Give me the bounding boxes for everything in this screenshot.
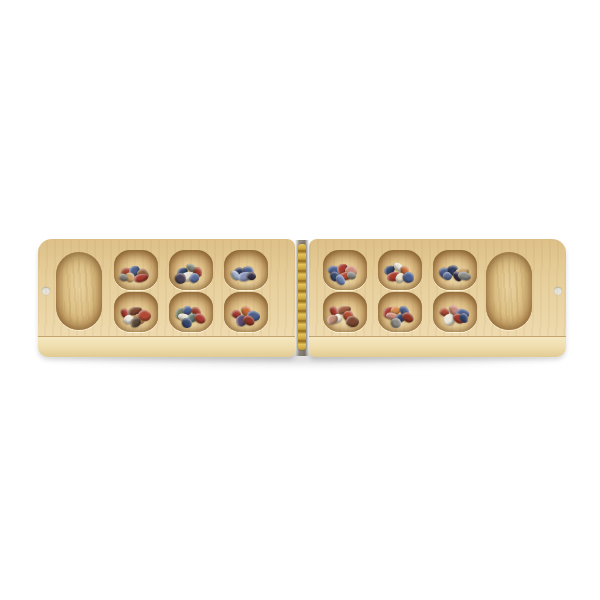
gemstone (133, 273, 148, 283)
pit-right-top-2[interactable] (378, 250, 422, 290)
store-right (486, 252, 532, 330)
board-half-left-top-surface (38, 239, 295, 336)
board-half-left (38, 239, 295, 357)
gemstone (193, 312, 208, 327)
magnet-dot-left (42, 287, 50, 295)
store-left (56, 252, 102, 330)
hinge-gap (295, 239, 309, 357)
magnet-dot-right (554, 287, 562, 295)
pit-right-bottom-1[interactable] (323, 292, 367, 332)
pit-right-top-1[interactable] (323, 250, 367, 290)
pit-left-bottom-3[interactable] (224, 292, 268, 332)
gemstone (180, 317, 193, 330)
board-half-left-front-edge (38, 336, 295, 357)
brass-hinge (298, 244, 306, 350)
pit-right-top-3[interactable] (433, 250, 477, 290)
pit-left-top-1[interactable] (114, 250, 158, 290)
photo-scene (0, 0, 600, 600)
pit-left-bottom-2[interactable] (169, 292, 213, 332)
gemstone (345, 314, 361, 328)
mancala-board (38, 239, 566, 357)
pit-right-bottom-3[interactable] (433, 292, 477, 332)
board-half-right-front-edge (309, 336, 566, 357)
board-half-right-top-surface (309, 239, 566, 336)
pit-left-bottom-1[interactable] (114, 292, 158, 332)
gemstone (401, 310, 416, 325)
pit-left-top-2[interactable] (169, 250, 213, 290)
pit-left-top-3[interactable] (224, 250, 268, 290)
board-half-right (309, 239, 566, 357)
pit-right-bottom-2[interactable] (378, 292, 422, 332)
